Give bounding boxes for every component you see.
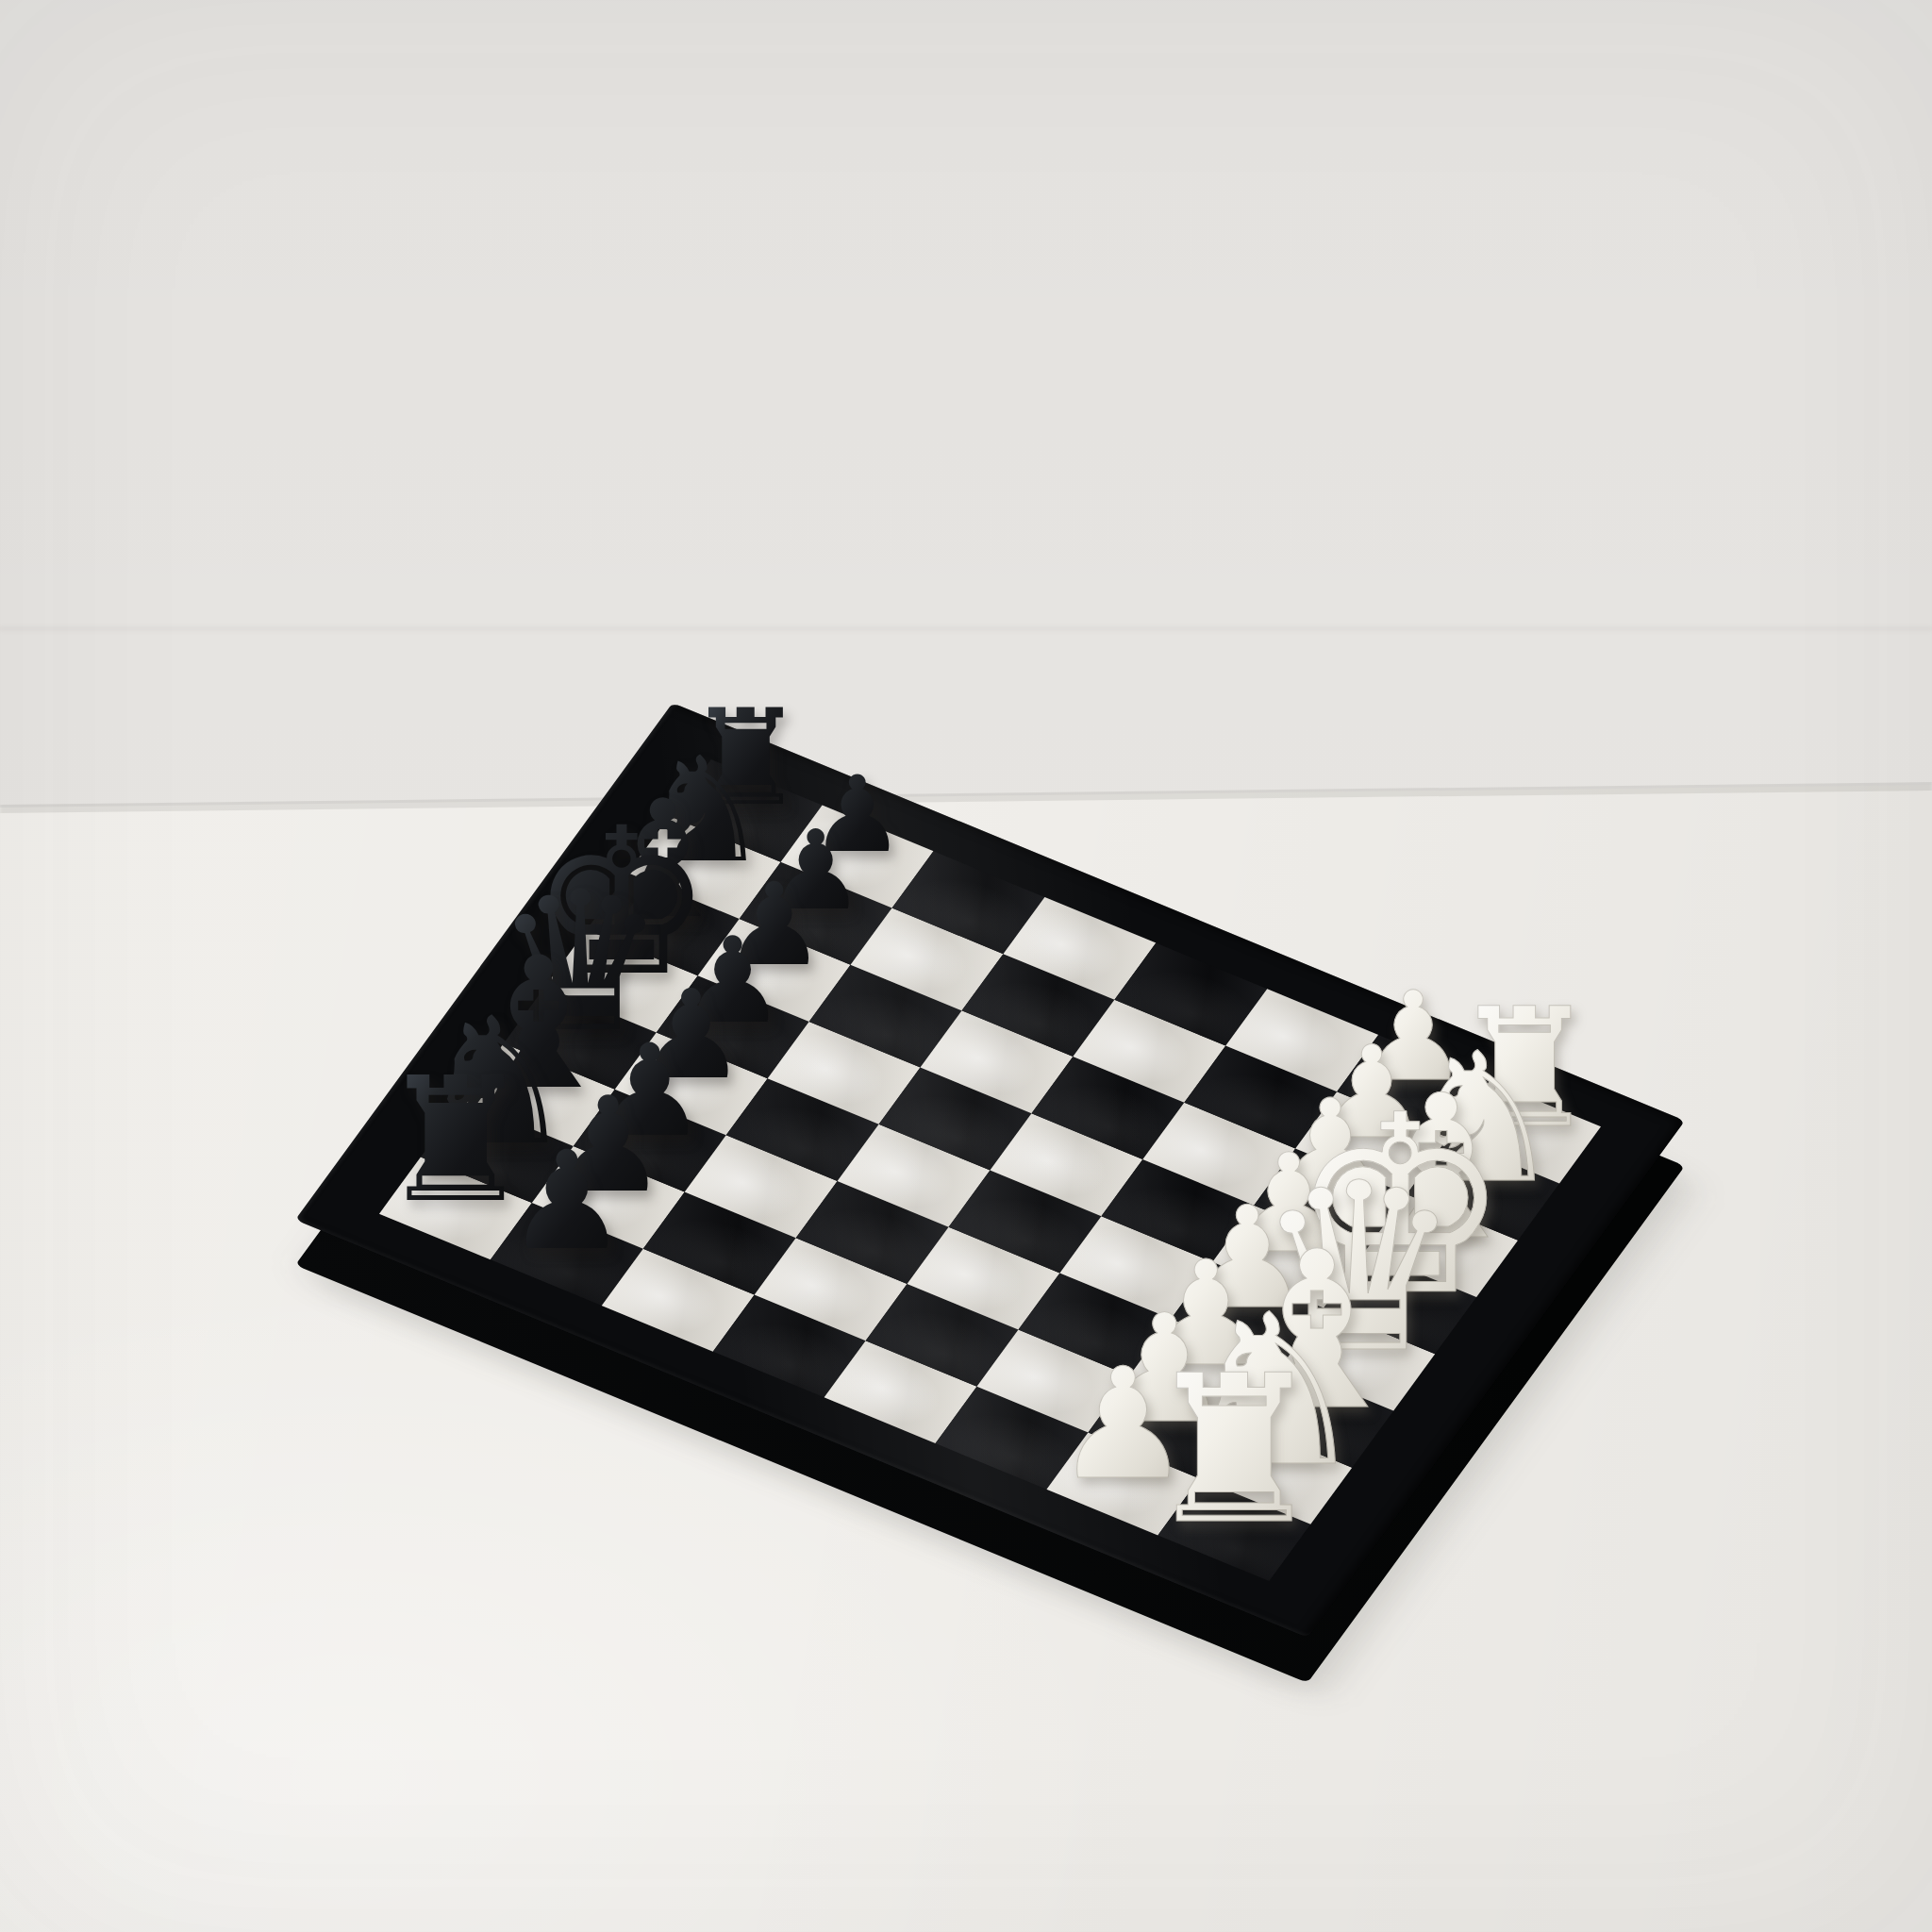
piece-white-rook: ♜ — [1142, 1350, 1325, 1550]
scene: ♜♞♝♛♚♝♞♜♟♟♟♟♟♟♟♟♟♟♟♟♟♟♟♟♜♞♝♛♚♝♞♜ Overhea… — [0, 0, 1932, 1932]
piece-black-pawn: ♟ — [506, 1135, 627, 1268]
pieces-layer: ♜♞♝♛♚♝♞♜♟♟♟♟♟♟♟♟♟♟♟♟♟♟♟♟♜♞♝♛♚♝♞♜ — [0, 0, 1932, 1932]
piece-glyph: ♟ — [506, 1135, 627, 1268]
piece-glyph: ♜ — [1142, 1350, 1325, 1550]
